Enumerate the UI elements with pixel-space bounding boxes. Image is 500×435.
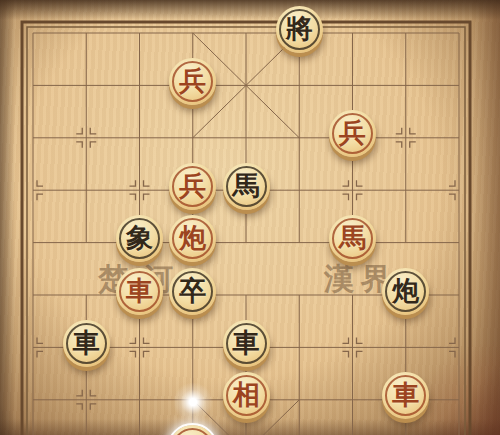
black-horse[interactable]: 馬 (223, 163, 270, 210)
piece-glyph: 馬 (233, 172, 260, 199)
red-soldier-1[interactable]: 兵 (169, 58, 216, 105)
piece-glyph: 兵 (179, 67, 206, 94)
piece-glyph: 車 (392, 381, 419, 408)
red-chariot-1[interactable]: 車 (116, 268, 163, 315)
black-chariot-1[interactable]: 車 (63, 320, 110, 367)
black-general[interactable]: 將 (276, 6, 323, 53)
move-destination-dot[interactable] (173, 382, 213, 422)
black-chariot-2[interactable]: 車 (223, 320, 270, 367)
red-elephant[interactable]: 相 (223, 372, 270, 419)
red-horse[interactable]: 馬 (329, 215, 376, 262)
piece-glyph: 馬 (339, 224, 366, 251)
piece-glyph: 象 (126, 224, 153, 251)
red-cannon[interactable]: 炮 (169, 215, 216, 262)
piece-glyph: 兵 (339, 119, 366, 146)
black-cannon[interactable]: 炮 (382, 268, 429, 315)
red-soldier-2[interactable]: 兵 (329, 110, 376, 157)
piece-glyph: 車 (233, 329, 260, 356)
piece-glyph: 將 (286, 15, 313, 42)
piece-glyph: 車 (126, 277, 153, 304)
xiangqi-board[interactable]: 楚河 漢界 將兵兵兵馬象炮馬車卒炮車車相車 (0, 0, 500, 435)
piece-glyph: 炮 (179, 224, 206, 251)
piece-glyph: 相 (233, 381, 260, 408)
board-grid-lines (0, 0, 500, 435)
piece-glyph: 炮 (392, 277, 419, 304)
red-soldier-3[interactable]: 兵 (169, 163, 216, 210)
black-elephant[interactable]: 象 (116, 215, 163, 262)
piece-glyph: 車 (73, 329, 100, 356)
piece-glyph: 兵 (179, 172, 206, 199)
black-soldier[interactable]: 卒 (169, 268, 216, 315)
piece-glyph: 卒 (179, 277, 206, 304)
